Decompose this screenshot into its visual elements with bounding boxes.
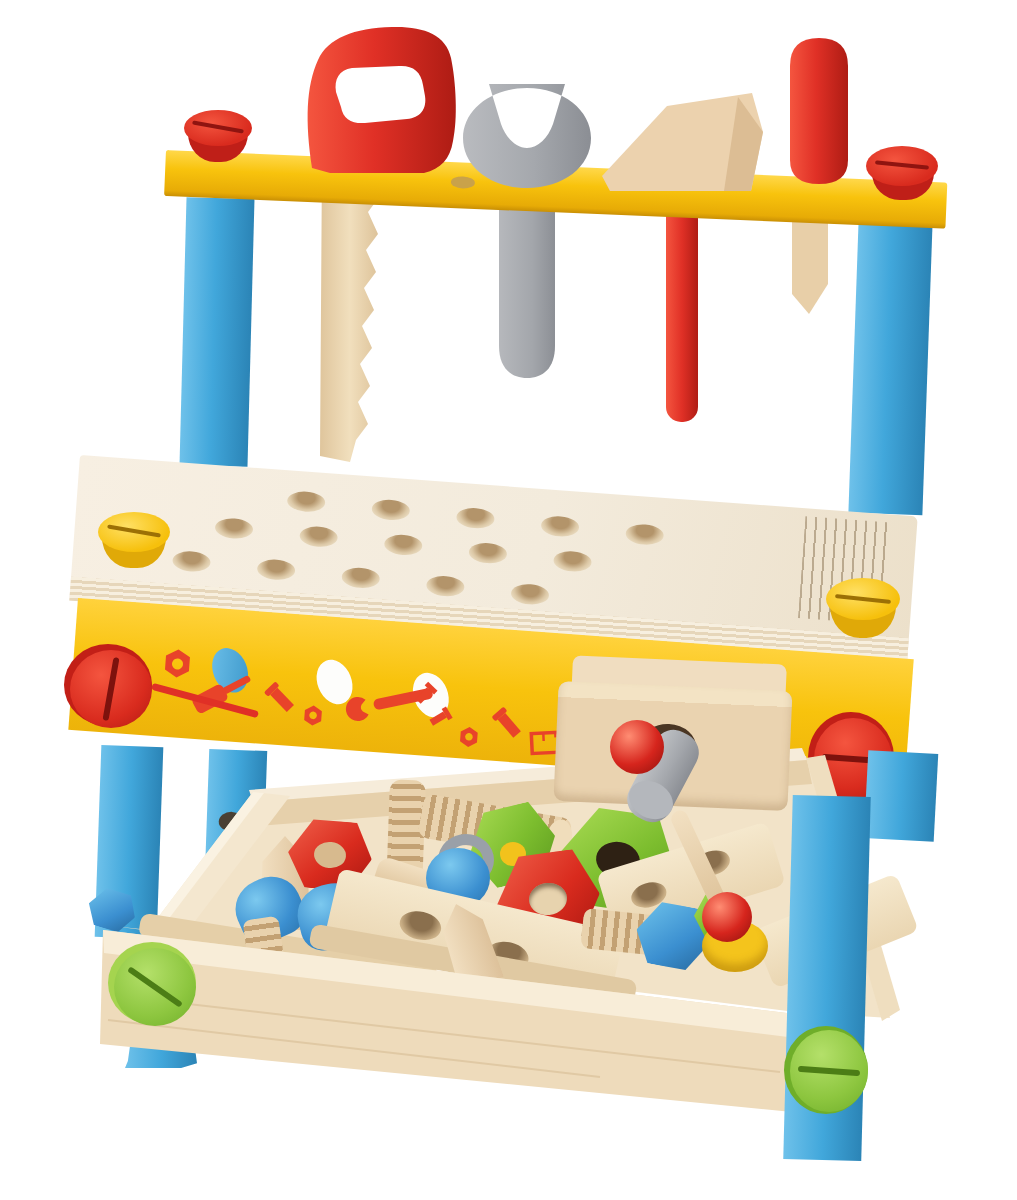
worktop-knob-right-slot bbox=[835, 594, 891, 604]
worktop-hole bbox=[625, 523, 664, 546]
worktop-hole bbox=[287, 490, 326, 513]
worktop-hole bbox=[553, 550, 592, 573]
worktop-hole bbox=[341, 567, 380, 590]
worktop-hole bbox=[256, 558, 295, 581]
worktop-knob-left-slot bbox=[107, 524, 161, 537]
worktop-hole bbox=[384, 534, 423, 557]
mallet-head bbox=[790, 38, 848, 184]
worktop-hole bbox=[456, 507, 495, 530]
worktop-hole bbox=[371, 499, 410, 522]
tray-knob-right bbox=[790, 1030, 868, 1112]
tray-knob-left bbox=[114, 948, 196, 1026]
worktop-hole bbox=[214, 517, 253, 540]
tray-knob-left-slot bbox=[127, 966, 183, 1008]
worktop-hole bbox=[510, 583, 549, 606]
worktop-knob-left bbox=[98, 512, 170, 552]
worktop-hole bbox=[468, 542, 507, 565]
tray-knob-right-slot bbox=[798, 1066, 860, 1076]
vise-ball-handle bbox=[610, 720, 664, 774]
toy-workbench-photo bbox=[0, 0, 1017, 1200]
tools-front-of-rail bbox=[0, 0, 1017, 520]
worktop-hole bbox=[299, 525, 338, 548]
worktop-hole bbox=[172, 550, 211, 573]
worktop-hole bbox=[540, 515, 579, 538]
saw-handle bbox=[308, 27, 456, 173]
wrench-head bbox=[463, 84, 591, 188]
worktop-knob-right bbox=[826, 578, 900, 620]
worktop-hole bbox=[426, 575, 465, 598]
vise-screw-ball bbox=[702, 892, 752, 942]
